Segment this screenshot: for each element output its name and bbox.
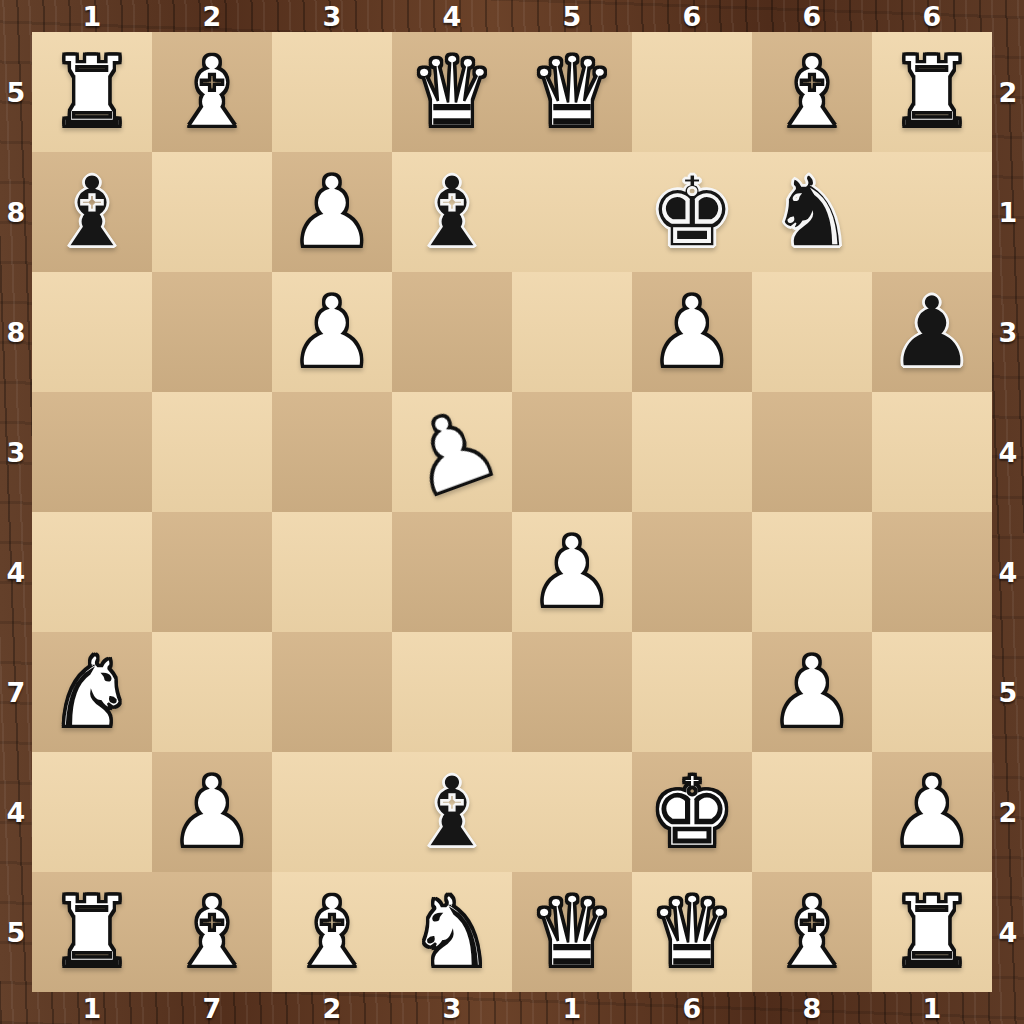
right-label-3: 3 <box>992 272 1024 392</box>
white-rook: ♜ <box>888 43 976 141</box>
square-r6c7[interactable]: ♟ <box>752 632 872 752</box>
square-r3c4[interactable] <box>392 272 512 392</box>
square-r6c3[interactable] <box>272 632 392 752</box>
bottom-label-2: 7 <box>152 992 272 1024</box>
chessboard-screenshot: ♜♝♛♛♝♜♝♟♝♚♞♟♟♟♟♟♞♟♟♝♚♟♜♝♝♞♛♛♝♜ 12345666 … <box>0 0 1024 1024</box>
square-r8c8[interactable]: ♜ <box>872 872 992 992</box>
square-r4c2[interactable] <box>152 392 272 512</box>
square-r2c6[interactable]: ♚ <box>632 152 752 272</box>
white-knight: ♞ <box>48 643 136 741</box>
square-r5c4[interactable] <box>392 512 512 632</box>
square-r1c6[interactable] <box>632 32 752 152</box>
coordinate-labels-top: 12345666 <box>32 0 992 32</box>
square-r2c1[interactable]: ♝ <box>32 152 152 272</box>
square-r7c6[interactable]: ♚ <box>632 752 752 872</box>
white-bishop: ♝ <box>288 883 376 981</box>
square-r4c7[interactable] <box>752 392 872 512</box>
square-r2c7[interactable]: ♞ <box>752 152 872 272</box>
square-r1c5[interactable]: ♛ <box>512 32 632 152</box>
right-label-6: 5 <box>992 632 1024 752</box>
top-label-5: 5 <box>512 0 632 32</box>
square-r8c4[interactable]: ♞ <box>392 872 512 992</box>
square-r6c5[interactable] <box>512 632 632 752</box>
white-bishop: ♝ <box>768 43 856 141</box>
white-pawn: ♟ <box>888 763 976 861</box>
square-r7c2[interactable]: ♟ <box>152 752 272 872</box>
square-r7c7[interactable] <box>752 752 872 872</box>
white-pawn: ♟ <box>768 643 856 741</box>
white-queen: ♛ <box>648 883 736 981</box>
left-label-1: 5 <box>0 32 32 152</box>
right-label-1: 2 <box>992 32 1024 152</box>
white-rook: ♜ <box>48 43 136 141</box>
white-pawn: ♟ <box>648 283 736 381</box>
white-rook: ♜ <box>48 883 136 981</box>
white-queen: ♛ <box>528 43 616 141</box>
white-bishop: ♝ <box>768 883 856 981</box>
white-knight: ♞ <box>408 883 496 981</box>
top-label-8: 6 <box>872 0 992 32</box>
white-bishop: ♝ <box>168 43 256 141</box>
black-pawn: ♟ <box>888 283 976 381</box>
white-pawn: ♟ <box>288 283 376 381</box>
square-r5c7[interactable] <box>752 512 872 632</box>
white-queen: ♛ <box>408 43 496 141</box>
square-r3c5[interactable] <box>512 272 632 392</box>
square-r2c4[interactable]: ♝ <box>392 152 512 272</box>
square-r7c1[interactable] <box>32 752 152 872</box>
square-r1c4[interactable]: ♛ <box>392 32 512 152</box>
white-king: ♚ <box>648 763 736 861</box>
square-r2c5[interactable] <box>512 152 632 272</box>
square-r1c2[interactable]: ♝ <box>152 32 272 152</box>
square-r8c7[interactable]: ♝ <box>752 872 872 992</box>
coordinate-labels-left: 58834745 <box>0 32 32 992</box>
bottom-label-1: 1 <box>32 992 152 1024</box>
square-r1c3[interactable] <box>272 32 392 152</box>
square-r5c3[interactable] <box>272 512 392 632</box>
square-r4c4[interactable]: ♟ <box>392 392 512 512</box>
black-bishop: ♝ <box>408 163 496 261</box>
bottom-label-4: 3 <box>392 992 512 1024</box>
square-r4c8[interactable] <box>872 392 992 512</box>
right-label-7: 2 <box>992 752 1024 872</box>
square-r4c5[interactable] <box>512 392 632 512</box>
square-r6c6[interactable] <box>632 632 752 752</box>
square-r7c4[interactable]: ♝ <box>392 752 512 872</box>
bottom-label-7: 8 <box>752 992 872 1024</box>
left-label-3: 8 <box>0 272 32 392</box>
left-label-2: 8 <box>0 152 32 272</box>
square-r1c1[interactable]: ♜ <box>32 32 152 152</box>
square-r3c3[interactable]: ♟ <box>272 272 392 392</box>
left-label-6: 7 <box>0 632 32 752</box>
square-r8c5[interactable]: ♛ <box>512 872 632 992</box>
square-r5c5[interactable]: ♟ <box>512 512 632 632</box>
coordinate-labels-right: 21344524 <box>992 32 1024 992</box>
right-label-2: 1 <box>992 152 1024 272</box>
left-label-4: 3 <box>0 392 32 512</box>
left-label-8: 5 <box>0 872 32 992</box>
square-r8c3[interactable]: ♝ <box>272 872 392 992</box>
square-r6c2[interactable] <box>152 632 272 752</box>
square-r7c3[interactable] <box>272 752 392 872</box>
black-bishop: ♝ <box>408 763 496 861</box>
black-knight: ♞ <box>768 163 856 261</box>
square-r2c2[interactable] <box>152 152 272 272</box>
top-label-6: 6 <box>632 0 752 32</box>
square-r6c1[interactable]: ♞ <box>32 632 152 752</box>
square-r7c5[interactable] <box>512 752 632 872</box>
top-label-7: 6 <box>752 0 872 32</box>
right-label-8: 4 <box>992 872 1024 992</box>
bottom-label-6: 6 <box>632 992 752 1024</box>
left-label-7: 4 <box>0 752 32 872</box>
square-r3c2[interactable] <box>152 272 272 392</box>
white-pawn: ♟ <box>168 763 256 861</box>
coordinate-labels-bottom: 17231681 <box>32 992 992 1024</box>
square-r5c1[interactable] <box>32 512 152 632</box>
square-r5c2[interactable] <box>152 512 272 632</box>
bottom-label-3: 2 <box>272 992 392 1024</box>
right-label-5: 4 <box>992 512 1024 632</box>
square-r4c6[interactable] <box>632 392 752 512</box>
square-r3c8[interactable]: ♟ <box>872 272 992 392</box>
square-r5c8[interactable] <box>872 512 992 632</box>
white-pawn: ♟ <box>528 523 616 621</box>
square-r3c7[interactable] <box>752 272 872 392</box>
top-label-4: 4 <box>392 0 512 32</box>
square-r2c3[interactable]: ♟ <box>272 152 392 272</box>
white-queen: ♛ <box>528 883 616 981</box>
white-pawn: ♟ <box>288 163 376 261</box>
top-label-2: 2 <box>152 0 272 32</box>
left-label-5: 4 <box>0 512 32 632</box>
board: ♜♝♛♛♝♜♝♟♝♚♞♟♟♟♟♟♞♟♟♝♚♟♜♝♝♞♛♛♝♜ <box>32 32 992 992</box>
bottom-label-8: 1 <box>872 992 992 1024</box>
black-bishop: ♝ <box>48 163 136 261</box>
square-r7c8[interactable]: ♟ <box>872 752 992 872</box>
square-r3c1[interactable] <box>32 272 152 392</box>
square-r1c8[interactable]: ♜ <box>872 32 992 152</box>
white-rook: ♜ <box>888 883 976 981</box>
square-r8c1[interactable]: ♜ <box>32 872 152 992</box>
square-r5c6[interactable] <box>632 512 752 632</box>
square-r2c8[interactable] <box>872 152 992 272</box>
bottom-label-5: 1 <box>512 992 632 1024</box>
black-king: ♚ <box>648 163 736 261</box>
square-r4c1[interactable] <box>32 392 152 512</box>
white-bishop: ♝ <box>168 883 256 981</box>
right-label-4: 4 <box>992 392 1024 512</box>
square-r6c8[interactable] <box>872 632 992 752</box>
square-r8c6[interactable]: ♛ <box>632 872 752 992</box>
square-r1c7[interactable]: ♝ <box>752 32 872 152</box>
top-label-3: 3 <box>272 0 392 32</box>
square-r3c6[interactable]: ♟ <box>632 272 752 392</box>
white-nonstandard-axe-piece: ♟ <box>394 391 510 513</box>
square-r6c4[interactable] <box>392 632 512 752</box>
top-label-1: 1 <box>32 0 152 32</box>
square-r8c2[interactable]: ♝ <box>152 872 272 992</box>
square-r4c3[interactable] <box>272 392 392 512</box>
